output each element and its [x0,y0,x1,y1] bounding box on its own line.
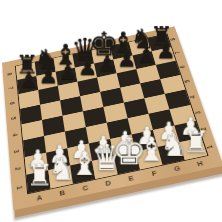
board-tilt: ♜♞♝♛♚♝♞♜♟♟♟♟♟♟♟♟♟♟♟♟♟♟♟♟♜♞♝♛♚♝♞♜ ABCDEFG… [2,26,222,214]
rank-label-right-5: 5 [176,75,199,88]
piece-black-P-e7[interactable]: ♟ [97,53,117,75]
piece-black-P-d7[interactable]: ♟ [77,57,97,79]
piece-black-P-c7[interactable]: ♟ [58,61,78,83]
file-label-h: H [188,158,213,169]
file-label-e: E [119,173,143,184]
square-f1[interactable]: ♝ [136,147,163,170]
piece-black-P-g7[interactable]: ♟ [136,44,156,66]
chess-set-photo: ♜♞♝♛♚♝♞♜♟♟♟♟♟♟♟♟♟♟♟♟♟♟♟♟♜♞♝♛♚♝♞♜ ABCDEFG… [0,0,222,222]
piece-black-P-f7[interactable]: ♟ [116,49,136,71]
square-h1[interactable]: ♜ [179,138,207,160]
square-e4[interactable] [103,103,127,123]
piece-black-P-b7[interactable]: ♟ [38,65,58,87]
file-label-b: B [50,187,74,198]
rank-label-right-6: 6 [171,61,194,73]
square-a1[interactable]: ♜ [26,170,50,193]
chess-board: ♜♞♝♛♚♝♞♜♟♟♟♟♟♟♟♟♟♟♟♟♟♟♟♟♜♞♝♛♚♝♞♜ ABCDEFG… [0,0,220,222]
board-wood-frame: ♜♞♝♛♚♝♞♜♟♟♟♟♟♟♟♟♟♟♟♟♟♟♟♟♜♞♝♛♚♝♞♜ ABCDEFG… [2,26,222,210]
square-g1[interactable]: ♞ [158,142,185,164]
file-label-d: D [96,178,120,189]
file-label-a: A [27,192,51,203]
file-label-f: F [142,168,167,179]
piece-white-R-h1[interactable]: ♜ [183,127,209,156]
file-label-c: C [73,182,97,193]
piece-black-P-a7[interactable]: ♟ [19,69,39,91]
file-label-g: G [165,163,190,174]
